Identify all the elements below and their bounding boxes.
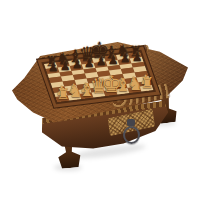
ring-mount: [127, 119, 135, 126]
carved-chess-set-photo: ♜♞♝♛♚♝♞♜♟♟♟♟♟♟♟♟♟♟♟♟♟♟♟♟♜♞♝♛♚♝♞♜: [0, 0, 200, 200]
drawer-ring-handle: [123, 126, 140, 144]
